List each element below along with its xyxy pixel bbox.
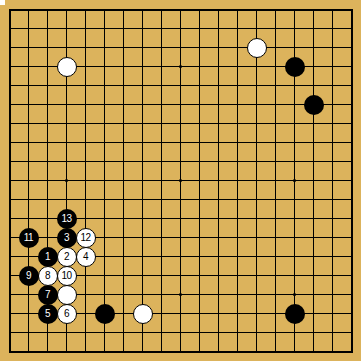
stone-d3[interactable]: 6 — [57, 304, 77, 324]
stone-d5[interactable]: 10 — [57, 266, 77, 286]
stone-r14[interactable] — [304, 95, 324, 115]
move-number: 12 — [80, 233, 90, 243]
move-number: 6 — [64, 309, 69, 319]
move-number: 13 — [61, 214, 71, 224]
stone-d6[interactable]: 2 — [57, 247, 77, 267]
stone-e7[interactable]: 12 — [76, 228, 96, 248]
stone-o17[interactable] — [247, 38, 267, 58]
stone-c6[interactable]: 1 — [38, 247, 58, 267]
move-number: 11 — [24, 233, 33, 243]
move-number: 9 — [26, 271, 31, 281]
go-board: 12345678910111213 — [0, 0, 361, 361]
stone-q3[interactable] — [285, 304, 305, 324]
stones-layer: 12345678910111213 — [0, 0, 361, 361]
move-number: 10 — [61, 271, 71, 281]
move-number: 7 — [45, 290, 50, 300]
stone-q16[interactable] — [285, 57, 305, 77]
stone-c5[interactable]: 8 — [38, 266, 58, 286]
corner-artifact — [0, 0, 5, 5]
stone-c3[interactable]: 5 — [38, 304, 58, 324]
move-number: 2 — [64, 252, 69, 262]
move-number: 3 — [64, 233, 69, 243]
move-number: 5 — [45, 309, 50, 319]
move-number: 8 — [45, 271, 50, 281]
stone-d8[interactable]: 13 — [57, 209, 77, 229]
stone-d7[interactable]: 3 — [57, 228, 77, 248]
move-number: 1 — [45, 252, 50, 262]
move-number: 4 — [83, 252, 88, 262]
stone-d16[interactable] — [57, 57, 77, 77]
stone-d4[interactable] — [57, 285, 77, 305]
stone-h3[interactable] — [133, 304, 153, 324]
stone-f3[interactable] — [95, 304, 115, 324]
stone-b7[interactable]: 11 — [19, 228, 39, 248]
stone-e6[interactable]: 4 — [76, 247, 96, 267]
stone-c4[interactable]: 7 — [38, 285, 58, 305]
stone-b5[interactable]: 9 — [19, 266, 39, 286]
